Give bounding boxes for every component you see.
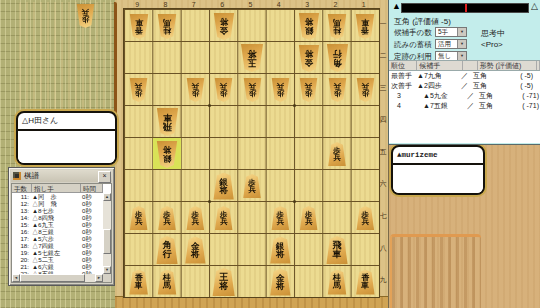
shogi-piece-王将-sente[interactable]: 王将 [212, 268, 236, 296]
kifu-titlebar[interactable]: 棋譜 × [11, 170, 112, 182]
piece-kanji: 兵 [277, 83, 285, 91]
piece-kanji: 将 [276, 250, 285, 259]
kifu-cell: 19: [12, 249, 30, 256]
kifu-row[interactable]: 12:△同 飛0秒 [12, 200, 103, 207]
shogi-piece-歩兵-sente[interactable]: 歩兵 [129, 206, 148, 230]
candidate-cell: ▲7五銀 [423, 101, 467, 111]
star-point [293, 104, 296, 107]
candidate-cell: ／ [461, 81, 473, 91]
shogi-piece-銀将-sente[interactable]: 銀将 [269, 237, 291, 264]
shogi-piece-歩兵-gote[interactable]: 歩兵 [129, 78, 148, 102]
kifu-cell: ▲6六銀 [30, 263, 80, 270]
piece-kanji: 兵 [333, 83, 341, 91]
piece-kanji: 歩 [305, 90, 313, 98]
candidate-cell: ( -71) [503, 101, 539, 111]
shogi-piece-歩兵-sente[interactable]: 歩兵 [271, 206, 290, 230]
piece-kanji: 角 [333, 58, 342, 67]
kifu-cell: △同 飛 [30, 200, 80, 207]
shogi-piece-歩兵-gote[interactable]: 歩兵 [299, 78, 318, 102]
piece-kanji: 車 [361, 18, 369, 26]
piece-kanji: 将 [163, 146, 172, 155]
piece-kanji: 兵 [248, 83, 256, 91]
piece-kanji: 兵 [135, 83, 143, 91]
piece-kanji: 馬 [163, 282, 171, 290]
piece-kanji: 将 [219, 282, 228, 291]
scroll-right-icon[interactable]: ► [95, 274, 103, 282]
piece-kanji: 車 [135, 18, 143, 26]
kifu-cell: 0秒 [80, 221, 103, 228]
piece-kanji: 桂 [333, 26, 341, 34]
piece-kanji: 兵 [82, 9, 90, 17]
piece-kanji: 兵 [305, 83, 313, 91]
candidates-header: 順位 候補手 形勢 (評価値) [389, 60, 540, 71]
close-icon[interactable]: × [98, 171, 111, 183]
sente-player-name: ▲murizeme [393, 147, 483, 165]
candidate-cell: ▲5九金 [423, 91, 467, 101]
gote-mark: △ [531, 1, 538, 11]
piece-kanji: 将 [248, 49, 257, 58]
shogi-piece-歩兵-gote[interactable]: 歩兵 [76, 4, 95, 28]
kifu-cell: △8四飛 [30, 214, 80, 221]
gote-plate-empty-row [18, 131, 115, 165]
candidate-row[interactable]: 3▲5九金／互角( -71) [389, 91, 540, 101]
shogi-piece-歩兵-sente[interactable]: 歩兵 [243, 174, 262, 198]
piece-kanji: 金 [219, 26, 228, 35]
piece-kanji: 香 [135, 26, 143, 34]
kifu-col-move: 指し手 [32, 184, 81, 193]
cand-col-rank: 順位 [389, 61, 417, 70]
candidate-row[interactable]: 最善手▲7九角／互角( -5) [389, 71, 540, 81]
gote-piece-stand[interactable]: 歩兵 [19, 2, 117, 115]
shogi-piece-香車-sente[interactable]: 香車 [129, 270, 149, 295]
piece-kanji: 馬 [333, 282, 341, 290]
piece-kanji: 歩 [248, 90, 256, 98]
piece-kanji: 将 [191, 250, 200, 259]
piece-kanji: 将 [219, 186, 228, 195]
kifu-cell: ▲5七銀左 [30, 249, 80, 256]
kifu-cell: ▲6九玉 [30, 221, 80, 228]
shogi-piece-香車-gote[interactable]: 香車 [355, 14, 375, 39]
shogi-board[interactable]: 香車桂馬金将銀将桂馬香車玉将金将角行歩兵歩兵歩兵歩兵歩兵歩兵歩兵歩兵飛車銀将歩兵… [123, 8, 380, 298]
kifu-cell: 17: [12, 235, 30, 242]
shogi-piece-角行-gote[interactable]: 角行 [326, 44, 349, 72]
file-label-9: 9 [123, 0, 151, 8]
gote-player-name: △H田さん [18, 113, 115, 131]
star-point [208, 200, 211, 203]
kifu-cell: 0秒 [80, 193, 103, 200]
shogi-piece-歩兵-gote[interactable]: 歩兵 [214, 78, 233, 102]
candidate-row[interactable]: 次善手▲2四歩／互角( -5) [389, 81, 540, 91]
piece-kanji: 兵 [362, 83, 370, 91]
piece-kanji: 金 [304, 58, 313, 67]
piece-kanji: 歩 [333, 90, 341, 98]
candidate-cell: ( -5) [497, 71, 533, 81]
kifu-horizontal-scrollbar[interactable]: ◄ ► [12, 274, 103, 282]
kifu-row[interactable]: 15:▲6九玉0秒 [12, 221, 103, 228]
shogi-piece-歩兵-sente[interactable]: 歩兵 [328, 142, 347, 166]
piece-kanji: 歩 [277, 90, 285, 98]
piece-kanji: 歩 [135, 90, 143, 98]
engine-level: <Pro> [481, 40, 503, 49]
sente-name-plate: ▲murizeme [391, 145, 485, 195]
piece-kanji: 車 [135, 282, 143, 290]
piece-kanji: 車 [361, 282, 369, 290]
star-point [293, 200, 296, 203]
candidates-list[interactable]: 最善手▲7九角／互角( -5)次善手▲2四歩／互角( -5)3▲5九金／互角( … [389, 71, 540, 143]
kifu-cell: 0秒 [80, 263, 103, 270]
kifu-vertical-scrollbar[interactable]: ▲ ▼ [103, 193, 111, 274]
kifu-cell: 12: [12, 200, 30, 207]
cand-col-move: 候補手 [417, 61, 463, 70]
shogi-piece-銀将-sente[interactable]: 銀将 [213, 173, 235, 200]
setting-label-reading: 読みの蓄積 [394, 40, 432, 50]
kifu-cell: 16: [12, 228, 30, 235]
shogi-piece-歩兵-sente[interactable]: 歩兵 [356, 206, 375, 230]
piece-kanji: 歩 [192, 90, 200, 98]
shogi-piece-香車-sente[interactable]: 香車 [355, 270, 375, 295]
kifu-list-header: 手数 指し手 時間 [12, 184, 103, 193]
kifu-cell: 13: [12, 207, 30, 214]
kifu-cell: 0秒 [80, 249, 103, 256]
candidate-cell: ▲2四歩 [417, 81, 461, 91]
piece-kanji: 兵 [192, 218, 200, 226]
kifu-cell: 0秒 [80, 207, 103, 214]
candidate-cell: ／ [467, 91, 479, 101]
joseki-use-value: 無し [438, 52, 451, 59]
gote-name-plate: △H田さん [16, 111, 117, 165]
shogi-piece-桂馬-gote[interactable]: 桂馬 [327, 14, 347, 39]
kifu-list: 手数 指し手 時間 11:▲同 歩0秒12:△同 飛0秒13:▲8七歩0秒14:… [11, 183, 112, 283]
piece-kanji: 歩 [82, 16, 90, 24]
scroll-left-icon[interactable]: ◄ [12, 274, 20, 282]
kifu-cell: △7四銀 [30, 242, 80, 249]
shogi-piece-歩兵-gote[interactable]: 歩兵 [243, 78, 262, 102]
file-label-4: 4 [265, 0, 293, 8]
candidates-count-dropdown[interactable]: 5手 ▼ [435, 27, 467, 37]
piece-kanji: 兵 [135, 218, 143, 226]
shogi-piece-歩兵-gote[interactable]: 歩兵 [271, 78, 290, 102]
kifu-row[interactable]: 20:△5二玉0秒 [12, 256, 103, 263]
shogi-piece-飛車-sente[interactable]: 飛車 [326, 236, 349, 264]
file-label-5: 5 [236, 0, 264, 8]
piece-kanji: 車 [333, 250, 342, 259]
shogi-piece-桂馬-sente[interactable]: 桂馬 [157, 270, 177, 295]
kifu-cell: ▲同 歩 [30, 193, 80, 200]
piece-kanji: 兵 [277, 218, 285, 226]
shogi-piece-銀将-gote[interactable]: 銀将 [298, 13, 320, 40]
shogi-piece-金将-gote[interactable]: 金将 [298, 45, 320, 72]
file-label-8: 8 [151, 0, 179, 8]
kifu-cell: △5二玉 [30, 256, 80, 263]
piece-kanji: 玉 [248, 58, 257, 67]
cand-col-eval: 形勢 (評価値) [478, 61, 537, 70]
piece-kanji: 将 [219, 18, 228, 27]
sente-mark: ▲ [392, 1, 401, 11]
shogi-piece-金将-sente[interactable]: 金将 [184, 237, 206, 264]
kifu-cell: ▲5六歩 [30, 235, 80, 242]
shogi-piece-桂馬-gote[interactable]: 桂馬 [157, 14, 177, 39]
kifu-cell: 0秒 [80, 200, 103, 207]
evaluation-bar [401, 3, 529, 13]
piece-kanji: 車 [163, 113, 172, 122]
chevron-down-icon[interactable]: ▼ [457, 52, 466, 60]
piece-kanji: 桂 [163, 26, 171, 34]
piece-kanji: 兵 [163, 218, 171, 226]
kifu-window-title: 棋譜 [24, 171, 39, 181]
candidate-cell: 互角 [479, 101, 503, 111]
piece-kanji: 香 [361, 26, 369, 34]
chevron-down-icon[interactable]: ▼ [457, 28, 466, 36]
piece-kanji: 兵 [220, 83, 228, 91]
kifu-cell: ▲8七歩 [30, 207, 80, 214]
shogi-piece-香車-gote[interactable]: 香車 [129, 14, 149, 39]
scrollbar-corner [103, 274, 111, 282]
piece-kanji: 行 [163, 250, 172, 259]
chevron-down-icon[interactable]: ▼ [457, 40, 466, 48]
piece-kanji: 馬 [163, 18, 171, 26]
kifu-cell: △8三銀 [30, 228, 80, 235]
kifu-row[interactable]: 19:▲5七銀左0秒 [12, 249, 103, 256]
star-point [208, 104, 211, 107]
file-label-7: 7 [180, 0, 208, 8]
kifu-row[interactable]: 16:△8三銀0秒 [12, 228, 103, 235]
kifu-cell: 21: [12, 263, 30, 270]
shogi-piece-歩兵-gote[interactable]: 歩兵 [186, 78, 205, 102]
piece-kanji: 将 [276, 282, 285, 291]
file-label-3: 3 [293, 0, 321, 8]
hscroll-thumb[interactable] [20, 274, 85, 282]
kifu-cell: 14: [12, 214, 30, 221]
piece-kanji: 飛 [163, 122, 172, 131]
kifu-cell: 11: [12, 193, 30, 200]
shogi-piece-歩兵-sente[interactable]: 歩兵 [214, 206, 233, 230]
piece-kanji: 兵 [248, 186, 256, 194]
kifu-row[interactable]: 11:▲同 歩0秒 [12, 193, 103, 200]
kifu-rows[interactable]: 11:▲同 歩0秒12:△同 飛0秒13:▲8七歩0秒14:△8四飛0秒15:▲… [12, 193, 103, 274]
engine-status: 思考中 [481, 28, 505, 39]
piece-kanji: 兵 [333, 154, 341, 162]
candidate-cell: 次善手 [389, 81, 417, 91]
shogi-piece-歩兵-sente[interactable]: 歩兵 [158, 206, 177, 230]
shogi-piece-角行-sente[interactable]: 角行 [156, 236, 179, 264]
shogi-piece-歩兵-sente[interactable]: 歩兵 [186, 206, 205, 230]
piece-kanji: 兵 [305, 218, 313, 226]
piece-kanji: 銀 [163, 154, 172, 163]
shogi-piece-歩兵-gote[interactable]: 歩兵 [328, 78, 347, 102]
analysis-panel: ▲ △ 互角 (評価値 -5) 候補手の数 5手 ▼ 読みの蓄積 活用 ▼ 定跡… [388, 0, 540, 145]
shogi-piece-飛車-gote[interactable]: 飛車 [156, 108, 179, 136]
candidate-cell: ( -5) [497, 81, 533, 91]
kifu-cell: 0秒 [80, 256, 103, 263]
kifu-cell: 0秒 [80, 214, 103, 221]
kifu-app-icon [13, 172, 21, 180]
reading-accum-value: 活用 [438, 40, 451, 47]
candidate-cell: ( -71) [503, 91, 539, 101]
candidate-cell: 互角 [479, 91, 503, 101]
kifu-row[interactable]: 21:▲6六銀0秒 [12, 263, 103, 270]
candidate-cell: ／ [461, 71, 473, 81]
piece-kanji: 行 [333, 49, 342, 58]
kifu-window: 棋譜 × 手数 指し手 時間 11:▲同 歩0秒12:△同 飛0秒13:▲8七歩… [8, 167, 115, 286]
candidate-cell: 互角 [473, 81, 497, 91]
kifu-row[interactable]: 17:▲5六歩0秒 [12, 235, 103, 242]
candidate-cell: ▲7九角 [417, 71, 461, 81]
scroll-up-icon[interactable]: ▲ [103, 193, 111, 201]
kifu-row[interactable]: 14:△8四飛0秒 [12, 214, 103, 221]
candidate-cell: ／ [467, 101, 479, 111]
shogi-piece-金将-gote[interactable]: 金将 [213, 13, 235, 40]
kifu-cell: 0秒 [80, 228, 103, 235]
kifu-row[interactable]: 18:△7四銀0秒 [12, 242, 103, 249]
piece-kanji: 兵 [192, 83, 200, 91]
shogi-piece-桂馬-sente[interactable]: 桂馬 [327, 270, 347, 295]
shogi-app-screen: 987654321 一二三四五六七八九 香車桂馬金将銀将桂馬香車玉将金将角行歩兵… [0, 0, 540, 308]
piece-kanji: 将 [304, 50, 313, 59]
kifu-cell: 18: [12, 242, 30, 249]
shogi-piece-歩兵-gote[interactable]: 歩兵 [356, 78, 375, 102]
evaluation-text: 互角 (評価値 -5) [394, 16, 451, 27]
candidate-cell: 4 [389, 101, 423, 111]
file-label-1: 1 [350, 0, 378, 8]
file-label-6: 6 [208, 0, 236, 8]
piece-kanji: 歩 [362, 90, 370, 98]
candidate-cell: 最善手 [389, 71, 417, 81]
cand-col-sep [463, 61, 478, 70]
setting-label-candidates: 候補手の数 [394, 28, 432, 38]
file-label-2: 2 [321, 0, 349, 8]
candidate-cell: 3 [389, 91, 423, 101]
scroll-down-icon[interactable]: ▼ [103, 266, 111, 274]
piece-kanji: 兵 [362, 218, 370, 226]
shogi-piece-金将-sente[interactable]: 金将 [269, 269, 291, 296]
candidates-count-value: 5手 [438, 28, 448, 35]
kifu-cell: 20: [12, 256, 30, 263]
piece-kanji: 馬 [333, 18, 341, 26]
evaluation-tick [465, 4, 467, 12]
kifu-cell: 0秒 [80, 235, 103, 242]
kifu-col-time: 時間 [81, 184, 103, 193]
shogi-piece-歩兵-sente[interactable]: 歩兵 [299, 206, 318, 230]
kifu-row[interactable]: 13:▲8七歩0秒 [12, 207, 103, 214]
candidate-row[interactable]: 4▲7五銀／互角( -71) [389, 101, 540, 111]
vscroll-thumb[interactable] [103, 229, 111, 253]
piece-kanji: 兵 [220, 218, 228, 226]
sente-piece-stand[interactable] [390, 234, 481, 308]
shogi-piece-玉将-gote[interactable]: 玉将 [240, 44, 264, 72]
reading-accum-dropdown[interactable]: 活用 ▼ [435, 39, 467, 49]
kifu-col-movenum: 手数 [12, 184, 32, 193]
piece-kanji: 将 [304, 18, 313, 27]
kifu-cell: 15: [12, 221, 30, 228]
piece-kanji: 歩 [220, 90, 228, 98]
piece-kanji: 銀 [304, 26, 313, 35]
kifu-cell: 0秒 [80, 242, 103, 249]
sente-plate-empty-row [393, 165, 483, 195]
candidate-cell: 互角 [473, 71, 497, 81]
